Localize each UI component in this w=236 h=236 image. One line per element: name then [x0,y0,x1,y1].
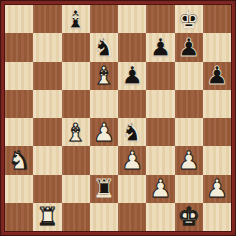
square-f5[interactable] [146,90,174,118]
square-c7[interactable] [62,33,90,61]
black-knight-d7-icon[interactable]: ♞ [93,35,115,60]
square-b5[interactable] [33,90,61,118]
square-g4[interactable] [175,118,203,146]
square-e1[interactable] [118,203,146,231]
square-a8[interactable] [5,5,33,33]
white-king-g1-icon[interactable]: ♚ [177,204,199,229]
square-f6[interactable] [146,62,174,90]
black-pawn-g7-icon[interactable]: ♟ [177,35,199,60]
square-g6[interactable] [175,62,203,90]
square-b2[interactable] [33,175,61,203]
square-h8[interactable] [203,5,231,33]
square-h7[interactable] [203,33,231,61]
square-h6[interactable]: ♟ [203,62,231,90]
square-d2[interactable]: ♜ [90,175,118,203]
white-knight-a3-icon[interactable]: ♞ [8,148,30,173]
square-e6[interactable]: ♟ [118,62,146,90]
square-e3[interactable]: ♟ [118,146,146,174]
square-e2[interactable] [118,175,146,203]
square-e4[interactable]: ♞ [118,118,146,146]
square-b6[interactable] [33,62,61,90]
square-a2[interactable] [5,175,33,203]
square-h3[interactable] [203,146,231,174]
square-g3[interactable]: ♟ [175,146,203,174]
square-b1[interactable]: ♜ [33,203,61,231]
square-c8[interactable]: ♝ [62,5,90,33]
square-b8[interactable] [33,5,61,33]
square-a5[interactable] [5,90,33,118]
black-bishop-c8-icon[interactable]: ♝ [64,7,86,32]
square-g8[interactable]: ♚ [175,5,203,33]
white-bishop-c4-icon[interactable]: ♝ [64,120,86,145]
square-d8[interactable] [90,5,118,33]
square-b7[interactable] [33,33,61,61]
square-d3[interactable] [90,146,118,174]
square-f4[interactable] [146,118,174,146]
black-pawn-h6-icon[interactable]: ♟ [206,63,228,88]
square-c6[interactable] [62,62,90,90]
square-b4[interactable] [33,118,61,146]
white-pawn-f2-icon[interactable]: ♟ [149,176,171,201]
square-h1[interactable] [203,203,231,231]
square-a7[interactable] [5,33,33,61]
square-f2[interactable]: ♟ [146,175,174,203]
square-c3[interactable] [62,146,90,174]
square-d1[interactable] [90,203,118,231]
white-bishop-d6-icon[interactable]: ♝ [93,63,115,88]
square-e7[interactable] [118,33,146,61]
square-d4[interactable]: ♟ [90,118,118,146]
square-c1[interactable] [62,203,90,231]
square-h2[interactable]: ♟ [203,175,231,203]
square-d5[interactable] [90,90,118,118]
square-h4[interactable] [203,118,231,146]
square-h5[interactable] [203,90,231,118]
square-a6[interactable] [5,62,33,90]
square-f1[interactable] [146,203,174,231]
square-a1[interactable] [5,203,33,231]
square-g2[interactable] [175,175,203,203]
board-frame: ♝♚♞♟♟♝♟♟♝♟♞♞♟♟♜♟♟♜♚ [0,0,236,236]
square-d7[interactable]: ♞ [90,33,118,61]
black-knight-e4-icon[interactable]: ♞ [121,120,143,145]
square-f3[interactable] [146,146,174,174]
square-g7[interactable]: ♟ [175,33,203,61]
white-pawn-h2-icon[interactable]: ♟ [206,176,228,201]
square-e8[interactable] [118,5,146,33]
square-f8[interactable] [146,5,174,33]
white-pawn-e3-icon[interactable]: ♟ [121,148,143,173]
black-pawn-e6-icon[interactable]: ♟ [121,63,143,88]
black-pawn-f7-icon[interactable]: ♟ [149,35,171,60]
square-a3[interactable]: ♞ [5,146,33,174]
square-b3[interactable] [33,146,61,174]
white-rook-b1-icon[interactable]: ♜ [36,204,58,229]
square-f7[interactable]: ♟ [146,33,174,61]
square-c5[interactable] [62,90,90,118]
white-pawn-d4-icon[interactable]: ♟ [93,120,115,145]
black-rook-d2-icon[interactable]: ♜ [93,176,115,201]
black-king-g8-icon[interactable]: ♚ [177,7,199,32]
white-pawn-g3-icon[interactable]: ♟ [177,148,199,173]
square-d6[interactable]: ♝ [90,62,118,90]
square-e5[interactable] [118,90,146,118]
square-a4[interactable] [5,118,33,146]
square-g5[interactable] [175,90,203,118]
chess-board: ♝♚♞♟♟♝♟♟♝♟♞♞♟♟♜♟♟♜♚ [5,5,231,231]
square-c4[interactable]: ♝ [62,118,90,146]
square-c2[interactable] [62,175,90,203]
square-g1[interactable]: ♚ [175,203,203,231]
